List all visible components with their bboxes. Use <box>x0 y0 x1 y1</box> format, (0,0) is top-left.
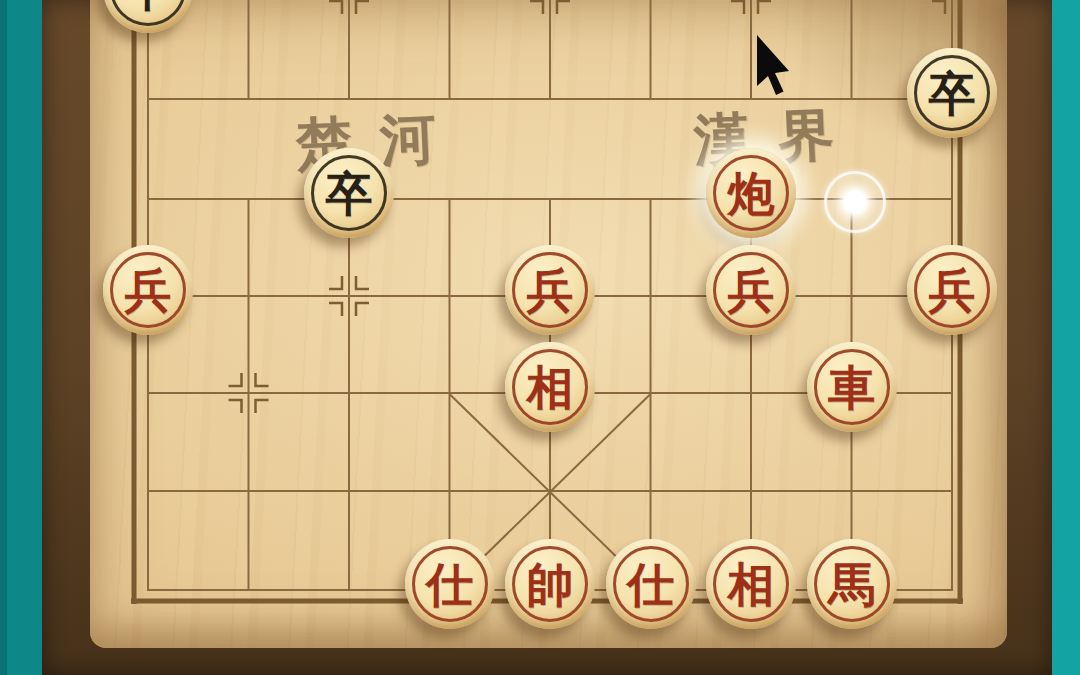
piece-red-general[interactable]: 帥 <box>505 539 595 629</box>
piece-character: 兵 <box>103 245 193 335</box>
piece-character: 兵 <box>505 245 595 335</box>
piece-black-soldier-c[interactable]: 卒 <box>304 148 394 238</box>
piece-character: 兵 <box>706 245 796 335</box>
piece-red-chariot[interactable]: 車 <box>807 342 897 432</box>
piece-character: 帥 <box>505 539 595 629</box>
piece-character: 兵 <box>907 245 997 335</box>
piece-black-soldier-b[interactable]: 卒 <box>907 48 997 138</box>
piece-character: 卒 <box>304 148 394 238</box>
piece-character: 仕 <box>405 539 495 629</box>
piece-red-soldier-b[interactable]: 兵 <box>505 245 595 335</box>
piece-black-soldier-a[interactable]: 卒 <box>103 0 193 33</box>
piece-character: 馬 <box>807 539 897 629</box>
piece-red-soldier-a[interactable]: 兵 <box>103 245 193 335</box>
piece-character: 卒 <box>103 0 193 33</box>
piece-red-soldier-c[interactable]: 兵 <box>706 245 796 335</box>
app-screen: 楚河 漢界 卒卒卒炮兵兵兵兵相車仕帥仕相馬 <box>0 0 1080 675</box>
piece-character: 車 <box>807 342 897 432</box>
piece-red-elephant-b[interactable]: 相 <box>706 539 796 629</box>
piece-character: 相 <box>706 539 796 629</box>
piece-red-elephant-a[interactable]: 相 <box>505 342 595 432</box>
piece-red-advisor-b[interactable]: 仕 <box>606 539 696 629</box>
piece-character: 相 <box>505 342 595 432</box>
piece-red-advisor-a[interactable]: 仕 <box>405 539 495 629</box>
piece-character: 卒 <box>907 48 997 138</box>
piece-character: 炮 <box>706 148 796 238</box>
piece-red-soldier-d[interactable]: 兵 <box>907 245 997 335</box>
piece-character: 仕 <box>606 539 696 629</box>
piece-red-horse[interactable]: 馬 <box>807 539 897 629</box>
piece-red-cannon[interactable]: 炮 <box>706 148 796 238</box>
